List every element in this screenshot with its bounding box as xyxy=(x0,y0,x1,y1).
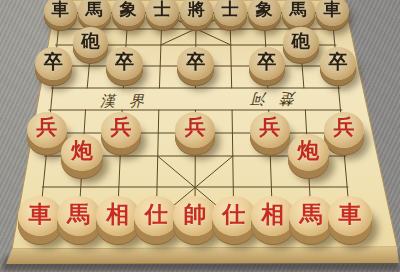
piece-character: 士 xyxy=(153,1,170,18)
piece-character: 兵 xyxy=(259,117,280,138)
red-elephant[interactable]: 相 xyxy=(251,196,295,236)
red-elephant[interactable]: 相 xyxy=(96,196,140,236)
black-chariot[interactable]: 車 xyxy=(316,0,349,26)
red-soldier[interactable]: 兵 xyxy=(175,112,215,148)
piece-character: 炮 xyxy=(71,140,93,162)
red-chariot[interactable]: 車 xyxy=(328,196,372,236)
black-soldier[interactable]: 卒 xyxy=(35,47,72,80)
red-soldier[interactable]: 兵 xyxy=(101,112,141,148)
red-horse[interactable]: 馬 xyxy=(57,196,101,236)
red-cannon[interactable]: 炮 xyxy=(61,134,103,171)
black-horse[interactable]: 馬 xyxy=(282,0,315,26)
black-soldier[interactable]: 卒 xyxy=(249,47,286,80)
piece-character: 車 xyxy=(323,1,340,18)
black-cannon[interactable]: 砲 xyxy=(73,27,108,59)
piece-character: 馬 xyxy=(67,203,90,226)
red-cannon[interactable]: 炮 xyxy=(288,134,330,171)
piece-character: 兵 xyxy=(111,117,132,138)
piece-character: 砲 xyxy=(81,32,99,50)
piece-character: 士 xyxy=(221,1,238,18)
piece-character: 炮 xyxy=(297,140,319,162)
black-soldier[interactable]: 卒 xyxy=(177,47,214,80)
piece-character: 象 xyxy=(119,1,136,18)
black-elephant[interactable]: 象 xyxy=(112,0,145,26)
piece-character: 象 xyxy=(255,1,272,18)
black-soldier[interactable]: 卒 xyxy=(320,47,357,80)
black-chariot[interactable]: 車 xyxy=(44,0,77,26)
piece-character: 兵 xyxy=(185,117,206,138)
black-horse[interactable]: 馬 xyxy=(78,0,111,26)
red-soldier[interactable]: 兵 xyxy=(250,112,290,148)
pieces-layer: 車馬象士將士象馬車砲砲卒卒卒卒卒兵兵兵兵兵炮炮車馬相仕帥仕相馬車 xyxy=(0,0,400,272)
piece-character: 兵 xyxy=(334,117,355,138)
black-advisor[interactable]: 士 xyxy=(146,0,179,26)
piece-character: 卒 xyxy=(186,52,205,71)
black-general[interactable]: 將 xyxy=(180,0,213,26)
piece-character: 馬 xyxy=(85,1,102,18)
red-general[interactable]: 帥 xyxy=(173,196,217,236)
black-advisor[interactable]: 士 xyxy=(214,0,247,26)
piece-character: 馬 xyxy=(300,203,323,226)
piece-character: 車 xyxy=(339,203,362,226)
piece-character: 卒 xyxy=(44,52,63,71)
piece-character: 將 xyxy=(187,1,204,18)
red-soldier[interactable]: 兵 xyxy=(27,112,67,148)
piece-character: 卒 xyxy=(328,52,347,71)
piece-character: 砲 xyxy=(292,32,310,50)
piece-character: 相 xyxy=(106,203,129,226)
red-soldier[interactable]: 兵 xyxy=(324,112,364,148)
piece-character: 車 xyxy=(51,1,68,18)
piece-character: 馬 xyxy=(289,1,306,18)
xiangqi-photo: 漢界 楚河 車馬象士將士象馬車砲砲卒卒卒卒卒兵兵兵兵兵炮炮車馬相仕帥仕相馬車 xyxy=(0,0,400,272)
piece-character: 相 xyxy=(261,203,284,226)
piece-character: 仕 xyxy=(145,203,168,226)
piece-character: 兵 xyxy=(36,117,57,138)
black-elephant[interactable]: 象 xyxy=(248,0,281,26)
piece-character: 仕 xyxy=(222,203,245,226)
black-soldier[interactable]: 卒 xyxy=(106,47,143,80)
red-advisor[interactable]: 仕 xyxy=(212,196,256,236)
piece-character: 卒 xyxy=(115,52,134,71)
red-chariot[interactable]: 車 xyxy=(18,196,62,236)
piece-character: 車 xyxy=(29,203,52,226)
piece-character: 卒 xyxy=(257,52,276,71)
red-horse[interactable]: 馬 xyxy=(289,196,333,236)
black-cannon[interactable]: 砲 xyxy=(283,27,318,59)
piece-character: 帥 xyxy=(184,203,207,226)
red-advisor[interactable]: 仕 xyxy=(134,196,178,236)
